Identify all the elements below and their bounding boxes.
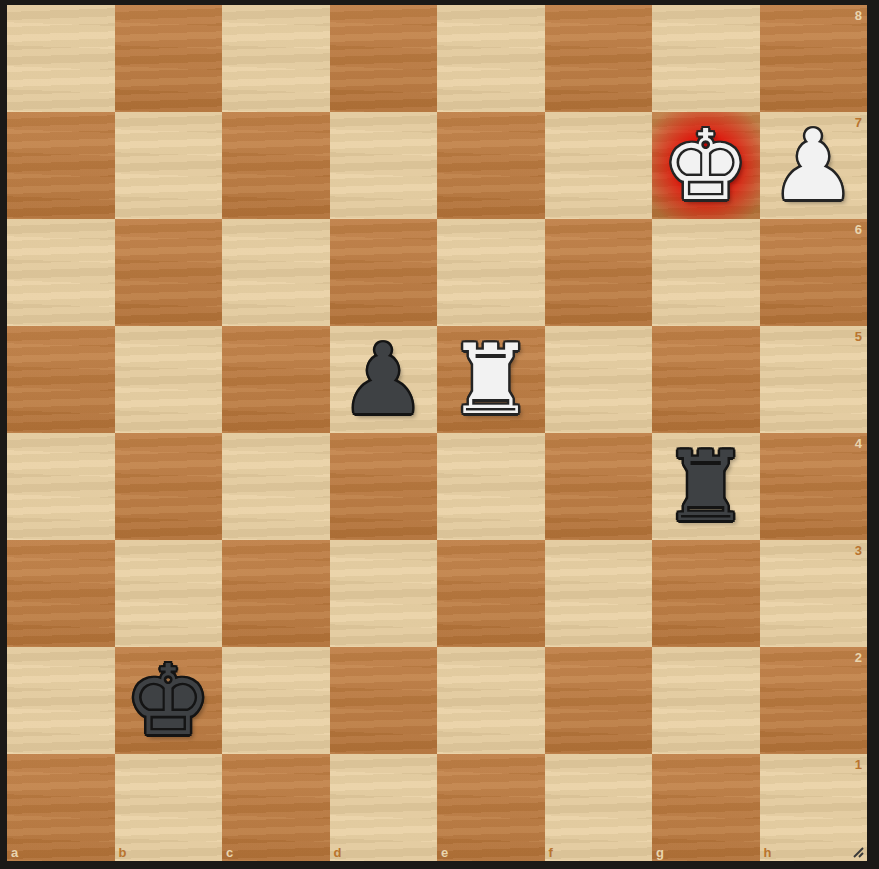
- white-rook[interactable]: ♜: [437, 326, 545, 433]
- square-d1[interactable]: d: [330, 754, 438, 861]
- coord-rank-6: 6: [855, 222, 862, 237]
- square-f6[interactable]: [545, 219, 653, 326]
- coord-file-d: d: [334, 845, 342, 860]
- square-g1[interactable]: g: [652, 754, 760, 861]
- white-king[interactable]: ♚: [652, 112, 760, 219]
- black-king[interactable]: ♚: [115, 647, 223, 754]
- square-f5[interactable]: [545, 326, 653, 433]
- square-f3[interactable]: [545, 540, 653, 647]
- coord-rank-3: 3: [855, 543, 862, 558]
- square-h8[interactable]: 8: [760, 5, 868, 112]
- square-a2[interactable]: [7, 647, 115, 754]
- square-e7[interactable]: [437, 112, 545, 219]
- square-h5[interactable]: 5: [760, 326, 868, 433]
- square-c7[interactable]: [222, 112, 330, 219]
- square-e4[interactable]: [437, 433, 545, 540]
- page-background: 8♚7♟6♟♜5♜43♚2abcdefgh1: [0, 0, 879, 869]
- coord-rank-2: 2: [855, 650, 862, 665]
- square-e2[interactable]: [437, 647, 545, 754]
- square-e8[interactable]: [437, 5, 545, 112]
- square-b8[interactable]: [115, 5, 223, 112]
- square-b4[interactable]: [115, 433, 223, 540]
- square-b2[interactable]: ♚: [115, 647, 223, 754]
- square-g6[interactable]: [652, 219, 760, 326]
- square-d5[interactable]: ♟: [330, 326, 438, 433]
- square-g5[interactable]: [652, 326, 760, 433]
- coord-file-h: h: [764, 845, 772, 860]
- square-c3[interactable]: [222, 540, 330, 647]
- black-pawn[interactable]: ♟: [330, 326, 438, 433]
- square-h6[interactable]: 6: [760, 219, 868, 326]
- coord-rank-4: 4: [855, 436, 862, 451]
- square-c1[interactable]: c: [222, 754, 330, 861]
- square-c5[interactable]: [222, 326, 330, 433]
- square-a7[interactable]: [7, 112, 115, 219]
- square-a1[interactable]: a: [7, 754, 115, 861]
- square-c2[interactable]: [222, 647, 330, 754]
- square-a5[interactable]: [7, 326, 115, 433]
- coord-file-f: f: [549, 845, 553, 860]
- square-b7[interactable]: [115, 112, 223, 219]
- coord-rank-5: 5: [855, 329, 862, 344]
- square-a6[interactable]: [7, 219, 115, 326]
- square-f7[interactable]: [545, 112, 653, 219]
- coord-rank-1: 1: [855, 757, 862, 772]
- square-d2[interactable]: [330, 647, 438, 754]
- square-h3[interactable]: 3: [760, 540, 868, 647]
- square-a8[interactable]: [7, 5, 115, 112]
- square-b1[interactable]: b: [115, 754, 223, 861]
- square-g3[interactable]: [652, 540, 760, 647]
- square-e3[interactable]: [437, 540, 545, 647]
- square-b3[interactable]: [115, 540, 223, 647]
- square-h1[interactable]: h1: [760, 754, 868, 861]
- coord-file-a: a: [11, 845, 18, 860]
- square-g8[interactable]: [652, 5, 760, 112]
- square-e1[interactable]: e: [437, 754, 545, 861]
- square-e6[interactable]: [437, 219, 545, 326]
- square-c6[interactable]: [222, 219, 330, 326]
- square-f8[interactable]: [545, 5, 653, 112]
- square-f1[interactable]: f: [545, 754, 653, 861]
- resize-handle-icon[interactable]: [848, 842, 864, 858]
- square-g2[interactable]: [652, 647, 760, 754]
- coord-file-c: c: [226, 845, 233, 860]
- coord-file-e: e: [441, 845, 448, 860]
- square-d4[interactable]: [330, 433, 438, 540]
- chess-board: 8♚7♟6♟♜5♜43♚2abcdefgh1: [7, 5, 867, 861]
- square-h4[interactable]: 4: [760, 433, 868, 540]
- black-rook[interactable]: ♜: [652, 433, 760, 540]
- square-d3[interactable]: [330, 540, 438, 647]
- square-a3[interactable]: [7, 540, 115, 647]
- square-d8[interactable]: [330, 5, 438, 112]
- square-e5[interactable]: ♜: [437, 326, 545, 433]
- square-a4[interactable]: [7, 433, 115, 540]
- white-pawn[interactable]: ♟: [760, 112, 868, 219]
- square-d6[interactable]: [330, 219, 438, 326]
- square-b5[interactable]: [115, 326, 223, 433]
- square-c4[interactable]: [222, 433, 330, 540]
- square-g7[interactable]: ♚: [652, 112, 760, 219]
- coord-file-b: b: [119, 845, 127, 860]
- square-f4[interactable]: [545, 433, 653, 540]
- square-g4[interactable]: ♜: [652, 433, 760, 540]
- square-b6[interactable]: [115, 219, 223, 326]
- square-h2[interactable]: 2: [760, 647, 868, 754]
- coord-file-g: g: [656, 845, 664, 860]
- square-c8[interactable]: [222, 5, 330, 112]
- square-h7[interactable]: 7♟: [760, 112, 868, 219]
- coord-rank-8: 8: [855, 8, 862, 23]
- square-d7[interactable]: [330, 112, 438, 219]
- square-f2[interactable]: [545, 647, 653, 754]
